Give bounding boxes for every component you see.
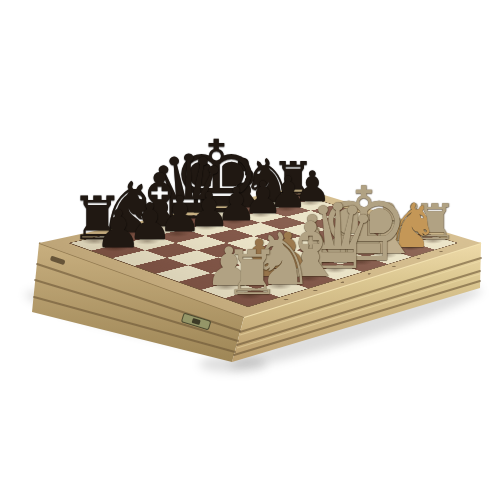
chess-set-photo: ♜♞♝♛♚♝♞♜♟♟♟♟♟♟♟♟♟♟♟♟♟♟♟♟♜♞♝♛♚♝♞♜: [0, 0, 500, 500]
frame-peg-hole: [340, 281, 345, 283]
frame-peg-hole: [415, 258, 420, 260]
frame-peg-hole: [366, 273, 371, 275]
frame-peg-hole: [283, 299, 289, 301]
frame-peg-hole: [312, 290, 318, 292]
frame-peg-hole: [438, 251, 443, 253]
frame-peg-hole: [391, 265, 396, 267]
